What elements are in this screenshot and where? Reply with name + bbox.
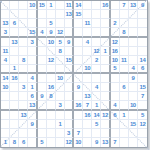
cell-r8c2[interactable]: 1 bbox=[10, 65, 19, 74]
sudoku-grid: 1015111141671391315136511231549128133105… bbox=[1, 1, 147, 147]
cell-r8c5[interactable] bbox=[38, 65, 47, 74]
cell-r13c8[interactable] bbox=[65, 111, 74, 120]
cell-r3c14[interactable] bbox=[120, 19, 129, 28]
cell-r4c16[interactable] bbox=[138, 28, 147, 37]
cell-r3c11[interactable] bbox=[92, 19, 101, 28]
cell-r13c6[interactable] bbox=[47, 111, 56, 120]
cell-r9c14[interactable] bbox=[120, 74, 129, 83]
cell-r14c3[interactable] bbox=[19, 120, 28, 129]
cell-r16c13[interactable]: 7 bbox=[111, 138, 120, 147]
cell-r14c5[interactable] bbox=[38, 120, 47, 129]
cell-r2c14[interactable] bbox=[120, 10, 129, 19]
cell-r2c10[interactable] bbox=[83, 10, 92, 19]
cell-r7c11[interactable]: 2 bbox=[92, 56, 101, 65]
cell-r9c6[interactable] bbox=[47, 74, 56, 83]
cell-r12c4[interactable]: 13 bbox=[28, 101, 37, 110]
cell-r1c14[interactable]: 7 bbox=[120, 1, 129, 10]
cell-r10c15[interactable] bbox=[129, 83, 138, 92]
cell-r1c11[interactable] bbox=[92, 1, 101, 10]
cell-r16c11[interactable]: 9 bbox=[92, 138, 101, 147]
cell-r11c8[interactable] bbox=[65, 92, 74, 101]
cell-r11c6[interactable]: 8 bbox=[47, 92, 56, 101]
cell-r10c5[interactable] bbox=[38, 83, 47, 92]
cell-r15c13[interactable] bbox=[111, 129, 120, 138]
cell-r14c15[interactable]: 15 bbox=[129, 120, 138, 129]
cell-r4c5[interactable]: 4 bbox=[38, 28, 47, 37]
cell-r10c9[interactable]: 9 bbox=[74, 83, 83, 92]
cell-r5c15[interactable] bbox=[129, 38, 138, 47]
cell-r5c3[interactable] bbox=[19, 38, 28, 47]
cell-r13c3[interactable]: 13 bbox=[19, 111, 28, 120]
cell-r8c14[interactable] bbox=[120, 65, 129, 74]
cell-r5c12[interactable] bbox=[101, 38, 110, 47]
cell-r11c7[interactable] bbox=[56, 92, 65, 101]
cell-r11c14[interactable] bbox=[120, 92, 129, 101]
cell-r8c13[interactable]: 5 bbox=[111, 65, 120, 74]
cell-r8c9[interactable] bbox=[74, 65, 83, 74]
cell-r16c5[interactable]: 5 bbox=[38, 138, 47, 147]
cell-r6c2[interactable] bbox=[10, 47, 19, 56]
cell-r10c2[interactable] bbox=[10, 83, 19, 92]
cell-r1c8[interactable]: 11 bbox=[65, 1, 74, 10]
cell-r16c3[interactable]: 6 bbox=[19, 138, 28, 147]
cell-r2c3[interactable] bbox=[19, 10, 28, 19]
cell-r5c8[interactable]: 9 bbox=[65, 38, 74, 47]
cell-r7c8[interactable]: 15 bbox=[65, 56, 74, 65]
cell-r7c6[interactable]: 12 bbox=[47, 56, 56, 65]
cell-r1c2[interactable] bbox=[10, 1, 19, 10]
cell-r16c15[interactable] bbox=[129, 138, 138, 147]
cell-r2c2[interactable] bbox=[10, 10, 19, 19]
cell-r7c3[interactable]: 8 bbox=[19, 56, 28, 65]
cell-r1c10[interactable] bbox=[83, 1, 92, 10]
cell-r10c7[interactable] bbox=[56, 83, 65, 92]
cell-r16c9[interactable]: 10 bbox=[74, 138, 83, 147]
cell-r14c6[interactable] bbox=[47, 120, 56, 129]
cell-r16c8[interactable]: 12 bbox=[65, 138, 74, 147]
cell-r6c4[interactable] bbox=[28, 47, 37, 56]
cell-r15c8[interactable]: 3 bbox=[65, 129, 74, 138]
cell-r7c14[interactable]: 11 bbox=[120, 56, 129, 65]
cell-r6c5[interactable] bbox=[38, 47, 47, 56]
cell-r8c11[interactable] bbox=[92, 65, 101, 74]
cell-r10c14[interactable]: 6 bbox=[120, 83, 129, 92]
cell-r15c15[interactable] bbox=[129, 129, 138, 138]
cell-r15c1[interactable] bbox=[1, 129, 10, 138]
cell-r15c10[interactable] bbox=[83, 129, 92, 138]
cell-r11c1[interactable] bbox=[1, 92, 10, 101]
cell-r14c13[interactable] bbox=[111, 120, 120, 129]
cell-r1c5[interactable]: 15 bbox=[38, 1, 47, 10]
cell-r8c8[interactable] bbox=[65, 65, 74, 74]
cell-r14c10[interactable] bbox=[83, 120, 92, 129]
cell-r4c13[interactable] bbox=[111, 28, 120, 37]
cell-r12c13[interactable]: 4 bbox=[111, 101, 120, 110]
cell-r3c1[interactable]: 13 bbox=[1, 19, 10, 28]
cell-r3c6[interactable]: 5 bbox=[47, 19, 56, 28]
sudoku-page: 1015111141671391315136511231549128133105… bbox=[0, 0, 150, 150]
cell-r13c1[interactable] bbox=[1, 111, 10, 120]
cell-r16c10[interactable] bbox=[83, 138, 92, 147]
cell-r1c3[interactable] bbox=[19, 1, 28, 10]
cell-r16c14[interactable] bbox=[120, 138, 129, 147]
cell-r5c16[interactable] bbox=[138, 38, 147, 47]
cell-r7c5[interactable] bbox=[38, 56, 47, 65]
cell-r3c2[interactable]: 6 bbox=[10, 19, 19, 28]
cell-r9c4[interactable]: 4 bbox=[28, 74, 37, 83]
cell-r1c15[interactable]: 13 bbox=[129, 1, 138, 10]
cell-r14c8[interactable] bbox=[65, 120, 74, 129]
cell-r12c12[interactable] bbox=[101, 101, 110, 110]
cell-r11c16[interactable]: 7 bbox=[138, 92, 147, 101]
cell-r4c2[interactable] bbox=[10, 28, 19, 37]
cell-r12c15[interactable]: 10 bbox=[129, 101, 138, 110]
cell-r5c1[interactable] bbox=[1, 38, 10, 47]
cell-r15c12[interactable] bbox=[101, 129, 110, 138]
cell-r9c5[interactable] bbox=[38, 74, 47, 83]
cell-r8c15[interactable]: 4 bbox=[129, 65, 138, 74]
cell-r5c2[interactable]: 13 bbox=[10, 38, 19, 47]
cell-r9c7[interactable]: 10 bbox=[56, 74, 65, 83]
cell-r13c7[interactable] bbox=[56, 111, 65, 120]
cell-r13c9[interactable] bbox=[74, 111, 83, 120]
cell-r12c10[interactable]: 7 bbox=[83, 101, 92, 110]
cell-r5c6[interactable]: 10 bbox=[47, 38, 56, 47]
cell-r13c13[interactable]: 6 bbox=[111, 111, 120, 120]
cell-r8c1[interactable] bbox=[1, 65, 10, 74]
cell-r15c6[interactable] bbox=[47, 129, 56, 138]
cell-r10c12[interactable] bbox=[101, 83, 110, 92]
cell-r9c8[interactable] bbox=[65, 74, 74, 83]
cell-r6c1[interactable]: 11 bbox=[1, 47, 10, 56]
cell-r9c15[interactable]: 9 bbox=[129, 74, 138, 83]
cell-r15c16[interactable] bbox=[138, 129, 147, 138]
cell-r16c12[interactable]: 13 bbox=[101, 138, 110, 147]
cell-r13c11[interactable]: 14 bbox=[92, 111, 101, 120]
cell-r10c11[interactable]: 4 bbox=[92, 83, 101, 92]
cell-r16c16[interactable] bbox=[138, 138, 147, 147]
cell-r1c4[interactable]: 10 bbox=[28, 1, 37, 10]
cell-r3c10[interactable]: 11 bbox=[83, 19, 92, 28]
cell-r2c11[interactable] bbox=[92, 10, 101, 19]
cell-r11c10[interactable]: 13 bbox=[83, 92, 92, 101]
cell-r3c4[interactable] bbox=[28, 19, 37, 28]
cell-r16c7[interactable] bbox=[56, 138, 65, 147]
cell-r11c15[interactable] bbox=[129, 92, 138, 101]
cell-r9c12[interactable] bbox=[101, 74, 110, 83]
cell-r6c13[interactable]: 16 bbox=[111, 47, 120, 56]
cell-r9c1[interactable]: 14 bbox=[1, 74, 10, 83]
cell-r12c1[interactable] bbox=[1, 101, 10, 110]
cell-r2c7[interactable] bbox=[56, 10, 65, 19]
cell-r9c2[interactable]: 16 bbox=[10, 74, 19, 83]
cell-r11c13[interactable] bbox=[111, 92, 120, 101]
cell-r12c5[interactable] bbox=[38, 101, 47, 110]
cell-r14c4[interactable]: 9 bbox=[28, 120, 37, 129]
cell-r15c2[interactable] bbox=[10, 129, 19, 138]
cell-r10c16[interactable]: 15 bbox=[138, 83, 147, 92]
cell-r2c4[interactable] bbox=[28, 10, 37, 19]
cell-r2c9[interactable]: 15 bbox=[74, 10, 83, 19]
cell-r7c15[interactable] bbox=[129, 56, 138, 65]
cell-r4c8[interactable] bbox=[65, 28, 74, 37]
cell-r14c9[interactable] bbox=[74, 120, 83, 129]
cell-r6c15[interactable] bbox=[129, 47, 138, 56]
cell-r3c15[interactable] bbox=[129, 19, 138, 28]
cell-r3c7[interactable] bbox=[56, 19, 65, 28]
cell-r14c11[interactable]: 5 bbox=[92, 120, 101, 129]
cell-r11c3[interactable] bbox=[19, 92, 28, 101]
cell-r9c3[interactable] bbox=[19, 74, 28, 83]
cell-r15c5[interactable] bbox=[38, 129, 47, 138]
cell-r12c8[interactable] bbox=[65, 101, 74, 110]
cell-r5c9[interactable] bbox=[74, 38, 83, 47]
cell-r13c4[interactable] bbox=[28, 111, 37, 120]
cell-r10c4[interactable]: 1 bbox=[28, 83, 37, 92]
cell-r10c3[interactable]: 3 bbox=[19, 83, 28, 92]
cell-r6c7[interactable]: 8 bbox=[56, 47, 65, 56]
cell-r10c10[interactable] bbox=[83, 83, 92, 92]
cell-r12c16[interactable] bbox=[138, 101, 147, 110]
cell-r11c5[interactable]: 9 bbox=[38, 92, 47, 101]
cell-r3c13[interactable]: 2 bbox=[111, 19, 120, 28]
cell-r8c16[interactable]: 6 bbox=[138, 65, 147, 74]
cell-r16c6[interactable] bbox=[47, 138, 56, 147]
cell-r13c15[interactable] bbox=[129, 111, 138, 120]
cell-r13c16[interactable]: 5 bbox=[138, 111, 147, 120]
cell-r14c16[interactable]: 12 bbox=[138, 120, 147, 129]
cell-r6c3[interactable] bbox=[19, 47, 28, 56]
cell-r15c4[interactable] bbox=[28, 129, 37, 138]
cell-r6c8[interactable] bbox=[65, 47, 74, 56]
cell-r1c12[interactable]: 16 bbox=[101, 1, 110, 10]
cell-r13c5[interactable] bbox=[38, 111, 47, 120]
cell-r7c10[interactable] bbox=[83, 56, 92, 65]
cell-r1c6[interactable]: 1 bbox=[47, 1, 56, 10]
cell-r13c14[interactable]: 1 bbox=[120, 111, 129, 120]
cell-r3c8[interactable] bbox=[65, 19, 74, 28]
cell-r15c14[interactable] bbox=[120, 129, 129, 138]
cell-r8c10[interactable]: 10 bbox=[83, 65, 92, 74]
cell-r6c10[interactable] bbox=[83, 47, 92, 56]
cell-r14c1[interactable] bbox=[1, 120, 10, 129]
cell-r10c6[interactable]: 16 bbox=[47, 83, 56, 92]
cell-r3c3[interactable] bbox=[19, 19, 28, 28]
cell-r7c9[interactable] bbox=[74, 56, 83, 65]
cell-r8c4[interactable] bbox=[28, 65, 37, 74]
cell-r1c1[interactable] bbox=[1, 1, 10, 10]
cell-r5c10[interactable]: 4 bbox=[83, 38, 92, 47]
sudoku-board: 1015111141671391315136511231549128133105… bbox=[0, 0, 148, 148]
cell-r4c14[interactable]: 8 bbox=[120, 28, 129, 37]
cell-r2c13[interactable] bbox=[111, 10, 120, 19]
cell-r5c14[interactable] bbox=[120, 38, 129, 47]
cell-r7c1[interactable]: 4 bbox=[1, 56, 10, 65]
cell-r6c14[interactable] bbox=[120, 47, 129, 56]
cell-r9c11[interactable] bbox=[92, 74, 101, 83]
cell-r8c6[interactable] bbox=[47, 65, 56, 74]
cell-r4c10[interactable] bbox=[83, 28, 92, 37]
cell-r14c14[interactable] bbox=[120, 120, 129, 129]
cell-r13c2[interactable] bbox=[10, 111, 19, 120]
cell-r4c12[interactable] bbox=[101, 28, 110, 37]
cell-r4c15[interactable] bbox=[129, 28, 138, 37]
cell-r7c7[interactable] bbox=[56, 56, 65, 65]
cell-r3c16[interactable] bbox=[138, 19, 147, 28]
cell-r7c16[interactable]: 14 bbox=[138, 56, 147, 65]
cell-r11c12[interactable] bbox=[101, 92, 110, 101]
cell-r4c3[interactable] bbox=[19, 28, 28, 37]
cell-r5c5[interactable] bbox=[38, 38, 47, 47]
cell-r9c9[interactable] bbox=[74, 74, 83, 83]
cell-r12c3[interactable] bbox=[19, 101, 28, 110]
cell-r8c3[interactable] bbox=[19, 65, 28, 74]
cell-r4c6[interactable]: 9 bbox=[47, 28, 56, 37]
cell-r4c7[interactable]: 12 bbox=[56, 28, 65, 37]
cell-r3c5[interactable] bbox=[38, 19, 47, 28]
cell-r14c12[interactable] bbox=[101, 120, 110, 129]
cell-r13c12[interactable]: 12 bbox=[101, 111, 110, 120]
cell-r7c2[interactable] bbox=[10, 56, 19, 65]
cell-r14c2[interactable] bbox=[10, 120, 19, 129]
cell-r6c16[interactable] bbox=[138, 47, 147, 56]
cell-r15c7[interactable] bbox=[56, 129, 65, 138]
cell-r9c16[interactable] bbox=[138, 74, 147, 83]
cell-r4c1[interactable]: 3 bbox=[1, 28, 10, 37]
cell-r10c13[interactable] bbox=[111, 83, 120, 92]
cell-r5c4[interactable]: 3 bbox=[28, 38, 37, 47]
cell-r4c4[interactable]: 15 bbox=[28, 28, 37, 37]
cell-r11c11[interactable] bbox=[92, 92, 101, 101]
cell-r7c12[interactable] bbox=[101, 56, 110, 65]
cell-r4c9[interactable] bbox=[74, 28, 83, 37]
cell-r4c11[interactable] bbox=[92, 28, 101, 37]
cell-r12c14[interactable] bbox=[120, 101, 129, 110]
cell-r10c1[interactable]: 10 bbox=[1, 83, 10, 92]
cell-r5c7[interactable]: 5 bbox=[56, 38, 65, 47]
cell-r5c13[interactable]: 12 bbox=[111, 38, 120, 47]
cell-r12c6[interactable] bbox=[47, 101, 56, 110]
cell-r13c10[interactable]: 16 bbox=[83, 111, 92, 120]
cell-r15c9[interactable]: 7 bbox=[74, 129, 83, 138]
cell-r2c5[interactable] bbox=[38, 10, 47, 19]
cell-r7c4[interactable] bbox=[28, 56, 37, 65]
cell-r11c4[interactable]: 6 bbox=[28, 92, 37, 101]
cell-r16c4[interactable] bbox=[28, 138, 37, 147]
cell-r2c8[interactable]: 13 bbox=[65, 10, 74, 19]
cell-r15c3[interactable] bbox=[19, 129, 28, 138]
cell-r2c6[interactable] bbox=[47, 10, 56, 19]
cell-r1c9[interactable]: 14 bbox=[74, 1, 83, 10]
cell-r16c1[interactable]: 1 bbox=[1, 138, 10, 147]
cell-r10c8[interactable] bbox=[65, 83, 74, 92]
cell-r11c2[interactable] bbox=[10, 92, 19, 101]
cell-r1c7[interactable] bbox=[56, 1, 65, 10]
cell-r12c9[interactable]: 16 bbox=[74, 101, 83, 110]
cell-r9c13[interactable] bbox=[111, 74, 120, 83]
cell-r8c12[interactable] bbox=[101, 65, 110, 74]
cell-r6c6[interactable] bbox=[47, 47, 56, 56]
cell-r12c11[interactable]: 1 bbox=[92, 101, 101, 110]
cell-r5c11[interactable] bbox=[92, 38, 101, 47]
cell-r1c16[interactable]: 9 bbox=[138, 1, 147, 10]
cell-r12c2[interactable] bbox=[10, 101, 19, 110]
cell-r11c9[interactable] bbox=[74, 92, 83, 101]
cell-r15c11[interactable] bbox=[92, 129, 101, 138]
cell-r3c9[interactable] bbox=[74, 19, 83, 28]
cell-r2c15[interactable] bbox=[129, 10, 138, 19]
cell-r14c7[interactable]: 1 bbox=[56, 120, 65, 129]
cell-r7c13[interactable]: 10 bbox=[111, 56, 120, 65]
cell-r9c10[interactable] bbox=[83, 74, 92, 83]
cell-r3c12[interactable] bbox=[101, 19, 110, 28]
cell-r1c13[interactable] bbox=[111, 1, 120, 10]
cell-r6c11[interactable]: 12 bbox=[92, 47, 101, 56]
cell-r16c2[interactable]: 8 bbox=[10, 138, 19, 147]
cell-r2c16[interactable] bbox=[138, 10, 147, 19]
cell-r12c7[interactable]: 3 bbox=[56, 101, 65, 110]
cell-r2c12[interactable] bbox=[101, 10, 110, 19]
cell-r8c7[interactable] bbox=[56, 65, 65, 74]
cell-r2c1[interactable] bbox=[1, 10, 10, 19]
cell-r6c9[interactable] bbox=[74, 47, 83, 56]
cell-r6c12[interactable]: 1 bbox=[101, 47, 110, 56]
